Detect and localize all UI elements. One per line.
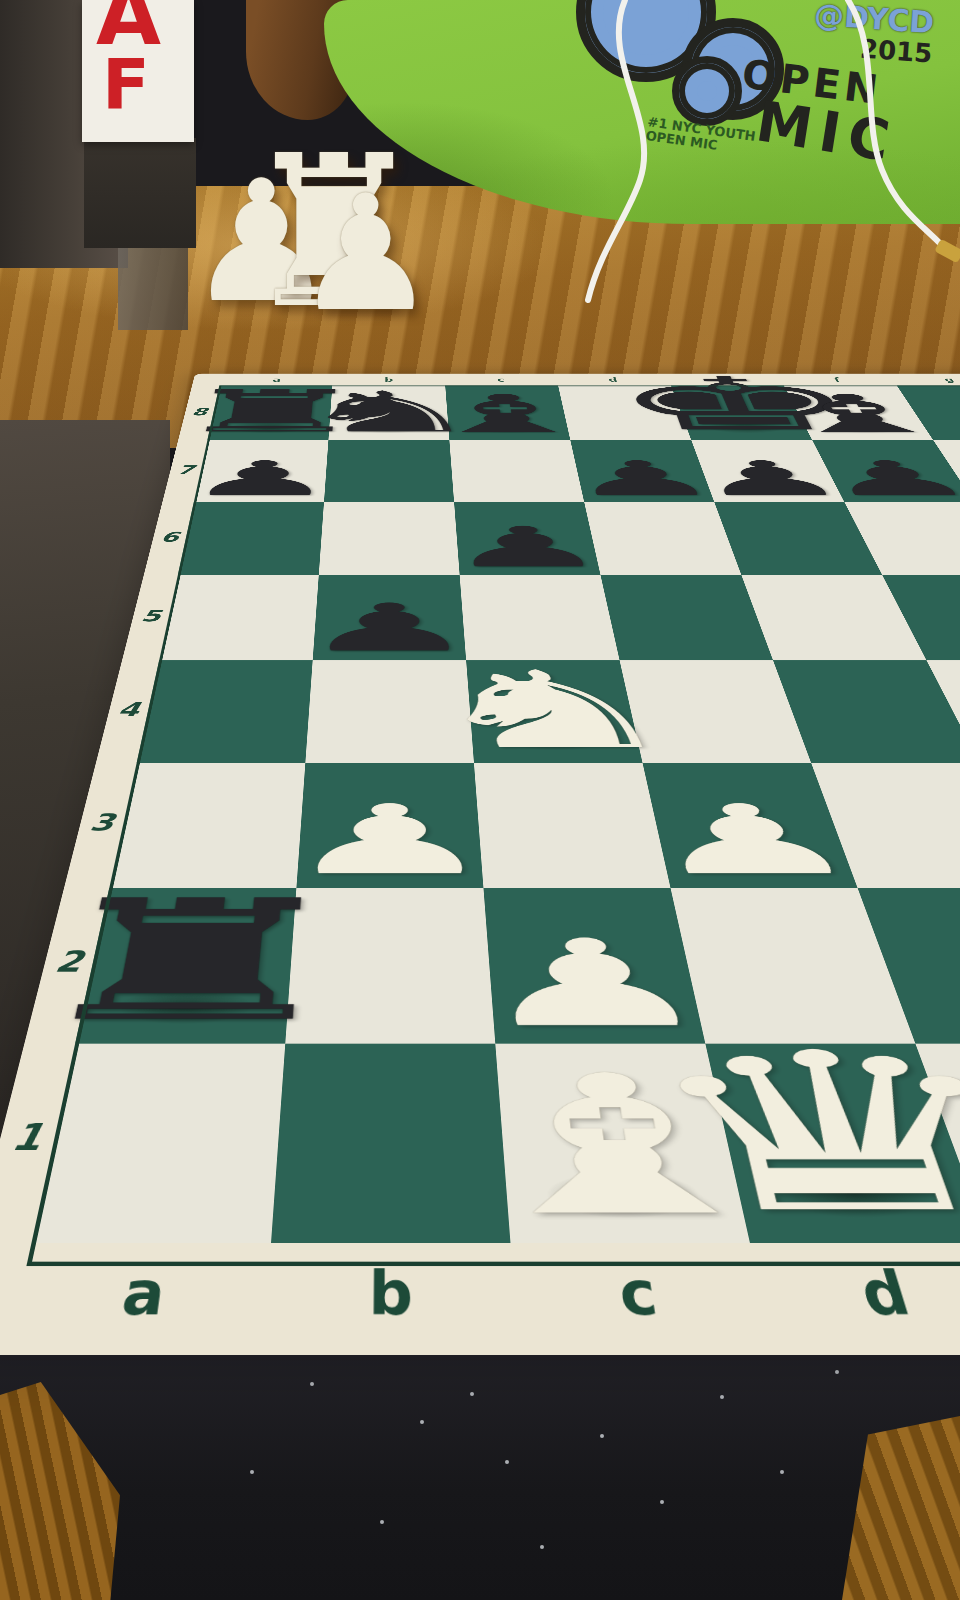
chessboard-scene: 87654321aabbccddeeffgghh ♜♞♝♚♝♟♟♟♟♟♟♜♞♟♟…: [0, 0, 960, 1600]
piece-white-knight-c4[interactable]: ♞: [418, 662, 695, 760]
file-label-b: b: [265, 1259, 517, 1329]
cell-b5: ♟: [313, 575, 466, 661]
cell-e8: ♚: [671, 386, 812, 440]
cell-c4: ♞: [466, 660, 642, 763]
cell-c6: ♟: [454, 502, 600, 575]
piece-white-queen-d1[interactable]: ♛: [625, 1034, 960, 1237]
file-label-d: d: [754, 1259, 960, 1329]
cell-b8: ♞: [328, 386, 449, 440]
rank-label-3: 3: [77, 809, 126, 836]
rank-label-6: 6: [151, 529, 188, 545]
cell-d1: ♛: [705, 1044, 960, 1243]
file-label-c: c: [512, 1259, 769, 1329]
rank-label-5: 5: [131, 606, 171, 625]
cell-a2: ♜: [75, 888, 296, 1044]
cell-a7: ♟: [194, 440, 329, 502]
captured-white-pawn: ♟: [294, 174, 437, 334]
piece-white-pawn-d3[interactable]: ♟: [635, 796, 873, 885]
square-a6: [178, 502, 324, 575]
square-a5: [159, 575, 319, 661]
square-a4: [137, 660, 313, 763]
square-b7: [324, 440, 454, 502]
piece-black-pawn-c6[interactable]: ♟: [444, 522, 612, 573]
square-a1: [32, 1044, 286, 1243]
square-b6: [319, 502, 460, 575]
piece-black-king-e8[interactable]: ♚: [601, 371, 882, 439]
file-label-a: a: [13, 1259, 270, 1329]
vinyl-chessboard: 87654321aabbccddeeffgghh ♜♞♝♚♝♟♟♟♟♟♟♜♞♟♟…: [0, 374, 960, 1355]
piece-black-knight-b8[interactable]: ♞: [291, 387, 488, 439]
square-c5: [460, 575, 620, 661]
square-c7: [449, 440, 584, 502]
file-label-top-g: g: [891, 377, 960, 383]
cell-f7: ♟: [812, 440, 960, 502]
rank-label-1: 1: [0, 1115, 60, 1158]
rank-label-4: 4: [107, 698, 151, 720]
piece-black-pawn-a7[interactable]: ♟: [183, 457, 338, 501]
piece-black-pawn-f7[interactable]: ♟: [810, 457, 960, 501]
piece-black-rook-a2[interactable]: ♜: [5, 886, 360, 1039]
